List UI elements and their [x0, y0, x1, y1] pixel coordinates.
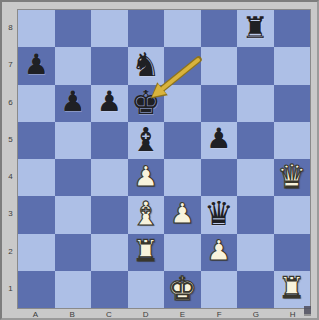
square-c5: [91, 122, 128, 159]
square-c4: [91, 159, 128, 196]
square-e8: [164, 10, 201, 47]
corner-artifact: [304, 306, 311, 316]
square-a6: [18, 85, 55, 122]
black-pawn: ♟: [60, 88, 85, 116]
white-queen: ♛: [277, 160, 307, 193]
square-a3: [18, 196, 55, 233]
square-h1: ♜: [274, 271, 311, 308]
square-h7: [274, 47, 311, 84]
square-c2: [91, 234, 128, 271]
square-h3: [274, 196, 311, 233]
square-b4: [55, 159, 92, 196]
black-king: ♚: [131, 86, 161, 119]
rank-labels: 87654321: [4, 9, 17, 307]
square-f2: ♟: [201, 234, 238, 271]
white-rook: ♜: [278, 273, 305, 303]
square-f5: ♟: [201, 122, 238, 159]
square-f7: [201, 47, 238, 84]
square-h4: ♛: [274, 159, 311, 196]
square-g6: [237, 85, 274, 122]
square-e3: ♟: [164, 196, 201, 233]
rank-label-7: 7: [4, 46, 17, 83]
black-bishop: ♝: [131, 123, 161, 156]
black-knight: ♞: [131, 48, 161, 81]
square-f3: ♛: [201, 196, 238, 233]
rank-label-8: 8: [4, 9, 17, 46]
square-e7: [164, 47, 201, 84]
white-pawn: ♟: [170, 200, 195, 228]
square-c7: [91, 47, 128, 84]
square-d5: ♝: [128, 122, 165, 159]
square-g5: [237, 122, 274, 159]
square-h5: [274, 122, 311, 159]
square-e6: [164, 85, 201, 122]
file-label-d: D: [127, 309, 164, 320]
square-a7: ♟: [18, 47, 55, 84]
rank-label-5: 5: [4, 121, 17, 158]
square-d8: [128, 10, 165, 47]
square-b1: [55, 271, 92, 308]
square-a5: [18, 122, 55, 159]
square-d4: ♟: [128, 159, 165, 196]
file-label-e: E: [164, 309, 201, 320]
square-c3: [91, 196, 128, 233]
square-g4: [237, 159, 274, 196]
white-pawn: ♟: [133, 163, 158, 191]
square-e4: [164, 159, 201, 196]
square-g3: [237, 196, 274, 233]
square-d3: ♝: [128, 196, 165, 233]
chess-diagram: 87654321 ♜♟♞♟♟♚♝♟♟♛♝♟♛♜♟♚♜ ABCDEFGH: [0, 0, 319, 320]
board: ♜♟♞♟♟♚♝♟♟♛♝♟♛♜♟♚♜: [17, 9, 311, 309]
square-g7: [237, 47, 274, 84]
square-c6: ♟: [91, 85, 128, 122]
black-rook: ♜: [242, 13, 269, 43]
square-d7: ♞: [128, 47, 165, 84]
black-pawn: ♟: [97, 88, 122, 116]
rank-label-6: 6: [4, 84, 17, 121]
rank-label-4: 4: [4, 158, 17, 195]
square-b7: [55, 47, 92, 84]
square-d6: ♚: [128, 85, 165, 122]
square-g1: [237, 271, 274, 308]
file-labels: ABCDEFGH: [17, 309, 311, 320]
square-b3: [55, 196, 92, 233]
rank-label-1: 1: [4, 270, 17, 307]
white-rook: ♜: [132, 236, 159, 266]
file-label-f: F: [201, 309, 238, 320]
square-a1: [18, 271, 55, 308]
file-label-g: G: [238, 309, 275, 320]
file-label-a: A: [17, 309, 54, 320]
square-d2: ♜: [128, 234, 165, 271]
white-pawn: ♟: [206, 237, 231, 265]
square-b8: [55, 10, 92, 47]
square-h8: [274, 10, 311, 47]
white-king: ♚: [167, 272, 197, 305]
square-f1: [201, 271, 238, 308]
square-e5: [164, 122, 201, 159]
square-f6: [201, 85, 238, 122]
square-f4: [201, 159, 238, 196]
square-e1: ♚: [164, 271, 201, 308]
file-label-b: B: [54, 309, 91, 320]
square-h6: [274, 85, 311, 122]
square-c1: [91, 271, 128, 308]
square-e2: [164, 234, 201, 271]
square-c8: [91, 10, 128, 47]
rank-label-3: 3: [4, 195, 17, 232]
square-a2: [18, 234, 55, 271]
square-b2: [55, 234, 92, 271]
black-queen: ♛: [204, 197, 234, 230]
black-pawn: ♟: [206, 125, 231, 153]
white-bishop: ♝: [131, 197, 161, 230]
square-g2: [237, 234, 274, 271]
square-d1: [128, 271, 165, 308]
square-a4: [18, 159, 55, 196]
black-pawn: ♟: [24, 51, 49, 79]
file-label-c: C: [91, 309, 128, 320]
square-b6: ♟: [55, 85, 92, 122]
square-b5: [55, 122, 92, 159]
rank-label-2: 2: [4, 233, 17, 270]
square-a8: [18, 10, 55, 47]
square-g8: ♜: [237, 10, 274, 47]
square-h2: [274, 234, 311, 271]
square-f8: [201, 10, 238, 47]
